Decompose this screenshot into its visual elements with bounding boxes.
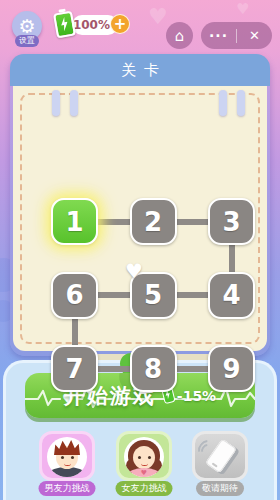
coming-soon-card[interactable]: 敬请期待 [192,431,248,481]
smile [64,461,71,466]
battery-icon [53,11,76,39]
girl-shirt: ♥ [128,468,160,477]
settings-button[interactable]: ⚙ 设置 [12,11,42,41]
level-cell-1[interactable]: 1 [51,198,98,245]
boyfriend-challenge-label: 男友力挑战 [39,481,96,496]
menu-capsule: ··· ✕ [201,22,272,49]
phone-icon [200,436,240,476]
level-card: 关卡 1 2 3 6 5 4 7 8 [10,54,270,356]
level-cell-2[interactable]: 2 [130,198,177,245]
level-grid: 1 2 3 6 5 4 7 8 9 [51,198,255,392]
more-button[interactable]: ··· [201,28,236,44]
coming-soon-label: 敬请期待 [196,481,244,496]
eye [138,456,141,459]
girlfriend-challenge-card[interactable]: ♥ 女友力挑战 [116,431,172,481]
eye [71,456,74,459]
gear-icon: ⚙ [18,15,35,37]
level-map: 1 2 3 6 5 4 7 8 9 ♥ [51,198,255,392]
settings-label: 设置 [15,35,39,47]
close-button[interactable]: ✕ [237,28,272,43]
boyfriend-challenge-card[interactable]: 男友力挑战 [39,431,95,481]
eye [148,456,151,459]
level-cell-3[interactable]: 3 [208,198,255,245]
boy-avatar [47,437,87,477]
level-cell-7[interactable]: 7 [51,345,98,392]
home-icon: ⌂ [175,27,185,45]
eye [61,456,64,459]
girlfriend-challenge-label: 女友力挑战 [116,481,173,496]
decor-heart-icon: ♥ [236,0,249,18]
card-title: 关卡 [10,54,270,86]
level-cell-8[interactable]: 8 [130,345,177,392]
girl-avatar: ♥ [124,437,164,477]
level-cell-6[interactable]: 6 [51,272,98,319]
binder-ring [52,90,60,116]
binder-ring [70,90,78,116]
heart-marker-icon: ♥ [125,259,143,283]
decor-heart-icon: ♥ [148,4,168,29]
level-cell-4[interactable]: 4 [208,272,255,319]
smile [141,461,148,466]
card-body: 1 2 3 6 5 4 7 8 9 ♥ [13,86,267,351]
app-screen: ♥ ♥ ⚙ 设置 100% + ⌂ ··· ✕ 关卡 [0,0,280,500]
lightning-icon [59,16,70,31]
level-cell-9[interactable]: 9 [208,345,255,392]
battery-status[interactable]: 100% + [55,12,130,38]
binder-ring [237,90,245,116]
home-button[interactable]: ⌂ [166,22,193,49]
add-battery-button[interactable]: + [110,14,130,34]
binder-ring [219,90,227,116]
